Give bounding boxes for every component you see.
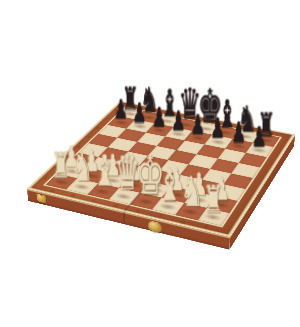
piece-white-bishop: ♝ [93,149,111,192]
piece-black-pawn: ♟ [189,111,206,138]
piece-black-pawn: ♟ [113,96,129,123]
piece-black-pawn: ♟ [250,123,267,151]
piece-black-pawn: ♟ [170,107,187,134]
piece-white-king: ♚ [136,149,155,202]
piece-black-pawn: ♟ [131,100,147,127]
chess-set-photo: ♜♞♝♛♚♝♞♜♟♟♟♟♟♟♟♟♟♟♟♟♟♟♟♟♜♞♝♛♚♝♞♜ abcdefg… [0,0,300,327]
brass-clasp-icon [149,220,162,233]
fold-seam-edge [123,211,125,224]
piece-black-pawn: ♟ [230,119,247,147]
piece-white-knight: ♞ [72,148,90,188]
piece-white-bishop: ♝ [158,163,177,207]
piece-white-knight: ♞ [180,171,199,213]
chess-board-3d-wrap: ♜♞♝♛♚♝♞♜♟♟♟♟♟♟♟♟♟♟♟♟♟♟♟♟♜♞♝♛♚♝♞♜ abcdefg… [27,101,295,237]
piece-black-pawn: ♟ [151,104,167,131]
piece-white-queen: ♛ [114,148,133,197]
brass-hinge-icon [37,193,47,203]
chess-board: ♜♞♝♛♚♝♞♜♟♟♟♟♟♟♟♟♟♟♟♟♟♟♟♟♜♞♝♛♚♝♞♜ abcdefg… [27,101,295,237]
piece-white-rook: ♜ [203,180,222,218]
piece-black-pawn: ♟ [209,115,226,143]
piece-white-rook: ♜ [51,147,69,182]
